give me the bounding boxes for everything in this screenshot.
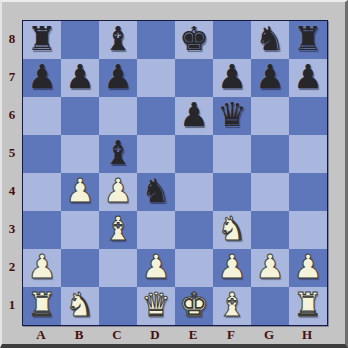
square-b6[interactable]: [61, 97, 99, 135]
file-label-A: A: [22, 326, 60, 344]
square-g5[interactable]: [251, 135, 289, 173]
square-c1[interactable]: [99, 287, 137, 325]
rank-label-3: 3: [4, 210, 20, 248]
square-d2[interactable]: ♟: [137, 249, 175, 287]
square-h1[interactable]: ♜: [289, 287, 327, 325]
square-h6[interactable]: [289, 97, 327, 135]
piece-black-bishop[interactable]: ♝: [103, 135, 133, 172]
piece-white-knight[interactable]: ♞: [217, 211, 247, 248]
square-e4[interactable]: [175, 173, 213, 211]
square-f5[interactable]: [213, 135, 251, 173]
piece-black-pawn[interactable]: ♟: [217, 59, 247, 96]
file-label-F: F: [212, 326, 250, 344]
piece-white-bishop[interactable]: ♝: [103, 211, 133, 248]
square-b5[interactable]: [61, 135, 99, 173]
square-f2[interactable]: ♟: [213, 249, 251, 287]
square-g7[interactable]: ♟: [251, 59, 289, 97]
square-d4[interactable]: ♞: [137, 173, 175, 211]
square-e1[interactable]: ♚: [175, 287, 213, 325]
square-e3[interactable]: [175, 211, 213, 249]
square-g8[interactable]: ♞: [251, 21, 289, 59]
square-a3[interactable]: [23, 211, 61, 249]
piece-white-pawn[interactable]: ♟: [27, 249, 57, 286]
piece-black-pawn[interactable]: ♟: [103, 59, 133, 96]
piece-white-king[interactable]: ♚: [179, 287, 209, 324]
square-h5[interactable]: [289, 135, 327, 173]
square-d8[interactable]: [137, 21, 175, 59]
piece-black-knight[interactable]: ♞: [255, 21, 285, 58]
square-c4[interactable]: ♟: [99, 173, 137, 211]
piece-black-rook[interactable]: ♜: [27, 21, 57, 58]
square-b3[interactable]: [61, 211, 99, 249]
square-b2[interactable]: [61, 249, 99, 287]
piece-black-king[interactable]: ♚: [179, 21, 209, 58]
square-c7[interactable]: ♟: [99, 59, 137, 97]
square-h3[interactable]: [289, 211, 327, 249]
square-g4[interactable]: [251, 173, 289, 211]
piece-white-pawn[interactable]: ♟: [103, 173, 133, 210]
square-d1[interactable]: ♛: [137, 287, 175, 325]
square-a8[interactable]: ♜: [23, 21, 61, 59]
rank-label-5: 5: [4, 134, 20, 172]
square-f4[interactable]: [213, 173, 251, 211]
rank-label-6: 6: [4, 96, 20, 134]
rank-labels: 87654321: [4, 20, 20, 324]
piece-white-pawn[interactable]: ♟: [255, 249, 285, 286]
piece-black-pawn[interactable]: ♟: [27, 59, 57, 96]
square-e6[interactable]: ♟: [175, 97, 213, 135]
square-a7[interactable]: ♟: [23, 59, 61, 97]
square-g2[interactable]: ♟: [251, 249, 289, 287]
board-frame: 87654321 ♜♝♚♞♜♟♟♟♟♟♟♟♛♝♟♟♞♝♞♟♟♟♟♟♜♞♛♚♝♜ …: [0, 0, 348, 348]
file-labels: ABCDEFGH: [22, 326, 326, 344]
piece-white-pawn[interactable]: ♟: [217, 249, 247, 286]
square-d6[interactable]: [137, 97, 175, 135]
square-b4[interactable]: ♟: [61, 173, 99, 211]
file-label-B: B: [60, 326, 98, 344]
square-b8[interactable]: [61, 21, 99, 59]
square-a5[interactable]: [23, 135, 61, 173]
square-b1[interactable]: ♞: [61, 287, 99, 325]
piece-black-knight[interactable]: ♞: [141, 173, 171, 210]
piece-black-bishop[interactable]: ♝: [103, 21, 133, 58]
square-h8[interactable]: ♜: [289, 21, 327, 59]
square-d7[interactable]: [137, 59, 175, 97]
square-f8[interactable]: [213, 21, 251, 59]
piece-white-bishop[interactable]: ♝: [217, 287, 247, 324]
square-f3[interactable]: ♞: [213, 211, 251, 249]
piece-black-pawn[interactable]: ♟: [255, 59, 285, 96]
rank-label-2: 2: [4, 248, 20, 286]
piece-black-pawn[interactable]: ♟: [65, 59, 95, 96]
square-g6[interactable]: [251, 97, 289, 135]
piece-black-pawn[interactable]: ♟: [179, 97, 209, 134]
rank-label-1: 1: [4, 286, 20, 324]
square-h7[interactable]: ♟: [289, 59, 327, 97]
square-b7[interactable]: ♟: [61, 59, 99, 97]
square-e7[interactable]: [175, 59, 213, 97]
piece-white-pawn[interactable]: ♟: [141, 249, 171, 286]
square-c8[interactable]: ♝: [99, 21, 137, 59]
square-h2[interactable]: ♟: [289, 249, 327, 287]
file-label-G: G: [250, 326, 288, 344]
square-a6[interactable]: [23, 97, 61, 135]
square-a2[interactable]: ♟: [23, 249, 61, 287]
piece-black-pawn[interactable]: ♟: [293, 59, 323, 96]
square-d3[interactable]: [137, 211, 175, 249]
square-e2[interactable]: [175, 249, 213, 287]
square-c6[interactable]: [99, 97, 137, 135]
piece-white-knight[interactable]: ♞: [65, 287, 95, 324]
square-f7[interactable]: ♟: [213, 59, 251, 97]
square-f1[interactable]: ♝: [213, 287, 251, 325]
square-g1[interactable]: [251, 287, 289, 325]
square-h4[interactable]: [289, 173, 327, 211]
rank-label-7: 7: [4, 58, 20, 96]
square-g3[interactable]: [251, 211, 289, 249]
square-e8[interactable]: ♚: [175, 21, 213, 59]
square-c5[interactable]: ♝: [99, 135, 137, 173]
file-label-D: D: [136, 326, 174, 344]
rank-label-4: 4: [4, 172, 20, 210]
piece-black-rook[interactable]: ♜: [293, 21, 323, 58]
square-c2[interactable]: [99, 249, 137, 287]
piece-white-queen[interactable]: ♛: [141, 287, 171, 324]
rank-label-8: 8: [4, 20, 20, 58]
square-a4[interactable]: [23, 173, 61, 211]
square-f6[interactable]: ♛: [213, 97, 251, 135]
square-d5[interactable]: [137, 135, 175, 173]
piece-white-pawn[interactable]: ♟: [293, 249, 323, 286]
file-label-E: E: [174, 326, 212, 344]
file-label-H: H: [288, 326, 326, 344]
square-e5[interactable]: [175, 135, 213, 173]
square-a1[interactable]: ♜: [23, 287, 61, 325]
chess-board: ♜♝♚♞♜♟♟♟♟♟♟♟♛♝♟♟♞♝♞♟♟♟♟♟♜♞♛♚♝♜: [22, 20, 328, 326]
piece-black-queen[interactable]: ♛: [217, 97, 247, 134]
piece-white-rook[interactable]: ♜: [27, 287, 57, 324]
square-c3[interactable]: ♝: [99, 211, 137, 249]
piece-white-pawn[interactable]: ♟: [65, 173, 95, 210]
file-label-C: C: [98, 326, 136, 344]
piece-white-rook[interactable]: ♜: [293, 287, 323, 324]
